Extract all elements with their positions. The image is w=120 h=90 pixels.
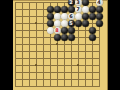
white-stone: 3	[75, 0, 82, 6]
stone-move-number: 3	[76, 0, 79, 5]
black-stone	[68, 27, 75, 34]
white-stone	[61, 13, 68, 20]
black-stone	[75, 20, 82, 27]
white-stone	[54, 20, 61, 27]
stone-move-number: 6	[69, 14, 72, 19]
white-stone: 7	[75, 6, 82, 13]
white-stone	[61, 20, 68, 27]
star-point	[35, 22, 37, 24]
black-stone	[68, 6, 75, 13]
black-stone: 2	[68, 0, 75, 6]
black-stone	[89, 34, 96, 41]
black-stone	[68, 34, 75, 41]
black-stone	[47, 20, 54, 27]
black-stone	[61, 27, 68, 34]
stone-move-number: 7	[76, 7, 79, 12]
grid-line-horizontal	[15, 72, 100, 73]
black-stone: 5	[68, 20, 75, 27]
star-point	[35, 64, 37, 66]
white-stone	[75, 13, 82, 20]
white-stone: 6	[68, 13, 75, 20]
black-stone	[82, 13, 89, 20]
black-stone	[47, 6, 54, 13]
black-stone	[89, 27, 96, 34]
black-stone	[47, 13, 54, 20]
black-stone	[54, 6, 61, 13]
white-stone: 8	[54, 27, 61, 34]
star-point	[77, 64, 79, 66]
white-stone: 4	[96, 0, 103, 6]
white-stone	[54, 13, 61, 20]
black-stone	[54, 34, 61, 41]
star-point	[56, 43, 58, 45]
grid-line-horizontal	[15, 86, 100, 87]
black-stone	[89, 13, 96, 20]
grid-line-horizontal	[15, 58, 100, 59]
go-board[interactable]: 2347658	[13, 0, 108, 90]
app-screen: 2347658	[0, 0, 120, 90]
grid-line-horizontal	[15, 65, 100, 66]
stone-move-number: 2	[69, 0, 72, 5]
black-stone	[61, 34, 68, 41]
black-stone	[82, 0, 89, 6]
white-stone	[47, 27, 54, 34]
white-stone	[82, 6, 89, 13]
stone-move-number: 8	[55, 28, 58, 33]
black-stone	[82, 20, 89, 27]
black-stone	[96, 6, 103, 13]
grid-line-horizontal	[15, 51, 100, 52]
stone-move-number: 4	[97, 0, 100, 5]
black-stone	[89, 6, 96, 13]
black-stone	[96, 13, 103, 20]
grid-line-horizontal	[15, 79, 100, 80]
black-stone	[61, 6, 68, 13]
stone-move-number: 5	[69, 21, 72, 26]
black-stone	[96, 20, 103, 27]
